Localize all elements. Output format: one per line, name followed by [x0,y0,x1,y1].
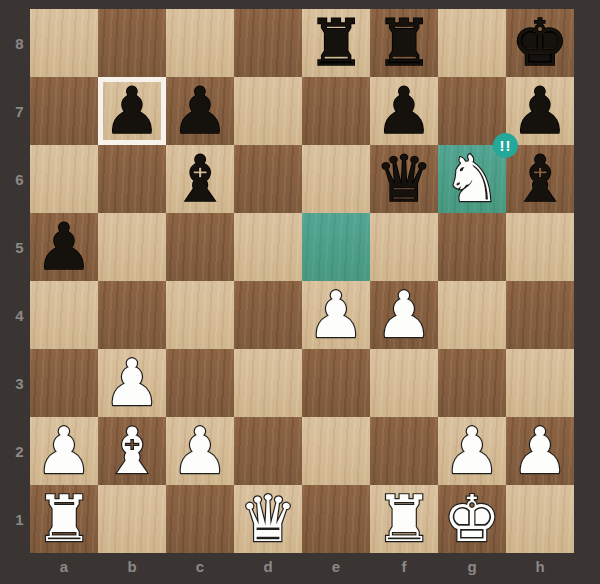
black-king[interactable]: ♚ [511,11,568,75]
rank-label-6: 6 [0,145,30,213]
file-label-a: a [30,553,98,584]
square-h4[interactable] [506,281,574,349]
black-pawn[interactable]: ♟ [171,79,228,143]
black-rook[interactable]: ♜ [307,11,364,75]
black-pawn[interactable]: ♟ [375,79,432,143]
white-queen[interactable]: ♛ [239,487,296,551]
square-g6[interactable]: ♞!! [438,145,506,213]
square-h2[interactable]: ♟ [506,417,574,485]
rank-label-7: 7 [0,77,30,145]
file-label-g: g [438,553,506,584]
square-c2[interactable]: ♟ [166,417,234,485]
square-d2[interactable] [234,417,302,485]
board-background: 87654321 ♜♜♚♟♟♟♟♝♛♞!!♝♟♟♟♟♟♝♟♟♟♜♛♜♚ abcd… [0,0,600,584]
square-d7[interactable] [234,77,302,145]
black-pawn[interactable]: ♟ [511,79,568,143]
square-g8[interactable] [438,9,506,77]
white-pawn[interactable]: ♟ [443,419,500,483]
square-f6[interactable]: ♛ [370,145,438,213]
square-b5[interactable] [98,213,166,281]
square-d6[interactable] [234,145,302,213]
rank-label-8: 8 [0,9,30,77]
white-pawn[interactable]: ♟ [375,283,432,347]
black-pawn[interactable]: ♟ [35,215,92,279]
square-e2[interactable] [302,417,370,485]
square-d3[interactable] [234,349,302,417]
square-c6[interactable]: ♝ [166,145,234,213]
square-d4[interactable] [234,281,302,349]
file-label-d: d [234,553,302,584]
square-b7[interactable]: ♟ [98,77,166,145]
square-h6[interactable]: ♝ [506,145,574,213]
white-pawn[interactable]: ♟ [511,419,568,483]
square-c4[interactable] [166,281,234,349]
white-king[interactable]: ♚ [443,487,500,551]
square-g2[interactable]: ♟ [438,417,506,485]
square-d1[interactable]: ♛ [234,485,302,553]
square-a2[interactable]: ♟ [30,417,98,485]
square-c8[interactable] [166,9,234,77]
square-g5[interactable] [438,213,506,281]
square-a4[interactable] [30,281,98,349]
black-bishop[interactable]: ♝ [171,147,228,211]
square-e7[interactable] [302,77,370,145]
square-f8[interactable]: ♜ [370,9,438,77]
square-f3[interactable] [370,349,438,417]
square-f5[interactable] [370,213,438,281]
rank-labels: 87654321 [0,9,30,553]
square-f4[interactable]: ♟ [370,281,438,349]
square-e6[interactable] [302,145,370,213]
square-b2[interactable]: ♝ [98,417,166,485]
black-bishop[interactable]: ♝ [511,147,568,211]
file-label-e: e [302,553,370,584]
white-rook[interactable]: ♜ [375,487,432,551]
square-e5[interactable] [302,213,370,281]
file-label-c: c [166,553,234,584]
file-label-f: f [370,553,438,584]
square-g4[interactable] [438,281,506,349]
black-queen[interactable]: ♛ [375,147,432,211]
square-a5[interactable]: ♟ [30,213,98,281]
square-h3[interactable] [506,349,574,417]
square-a3[interactable] [30,349,98,417]
file-label-h: h [506,553,574,584]
square-h1[interactable] [506,485,574,553]
rank-label-3: 3 [0,349,30,417]
square-c5[interactable] [166,213,234,281]
square-f1[interactable]: ♜ [370,485,438,553]
square-e4[interactable]: ♟ [302,281,370,349]
chess-board: ♜♜♚♟♟♟♟♝♛♞!!♝♟♟♟♟♟♝♟♟♟♜♛♜♚ [30,9,574,553]
file-labels: abcdefgh [30,553,574,584]
square-h7[interactable]: ♟ [506,77,574,145]
square-b1[interactable] [98,485,166,553]
square-c7[interactable]: ♟ [166,77,234,145]
black-pawn[interactable]: ♟ [103,79,160,143]
square-d5[interactable] [234,213,302,281]
square-h8[interactable]: ♚ [506,9,574,77]
square-e3[interactable] [302,349,370,417]
square-c3[interactable] [166,349,234,417]
square-e8[interactable]: ♜ [302,9,370,77]
white-pawn[interactable]: ♟ [103,351,160,415]
square-c1[interactable] [166,485,234,553]
square-a1[interactable]: ♜ [30,485,98,553]
square-f7[interactable]: ♟ [370,77,438,145]
rank-label-5: 5 [0,213,30,281]
black-rook[interactable]: ♜ [375,11,432,75]
square-a8[interactable] [30,9,98,77]
square-g7[interactable] [438,77,506,145]
white-pawn[interactable]: ♟ [307,283,364,347]
square-h5[interactable] [506,213,574,281]
square-b4[interactable] [98,281,166,349]
rank-label-2: 2 [0,417,30,485]
file-label-b: b [98,553,166,584]
square-e1[interactable] [302,485,370,553]
square-a7[interactable] [30,77,98,145]
square-b3[interactable]: ♟ [98,349,166,417]
white-rook[interactable]: ♜ [35,487,92,551]
rank-label-1: 1 [0,485,30,553]
square-b6[interactable] [98,145,166,213]
white-pawn[interactable]: ♟ [35,419,92,483]
square-b8[interactable] [98,9,166,77]
white-bishop[interactable]: ♝ [103,419,160,483]
square-g1[interactable]: ♚ [438,485,506,553]
square-g3[interactable] [438,349,506,417]
white-knight[interactable]: ♞ [443,147,500,211]
white-pawn[interactable]: ♟ [171,419,228,483]
square-d8[interactable] [234,9,302,77]
rank-label-4: 4 [0,281,30,349]
brilliant-move-badge: !! [493,133,518,158]
square-a6[interactable] [30,145,98,213]
square-f2[interactable] [370,417,438,485]
